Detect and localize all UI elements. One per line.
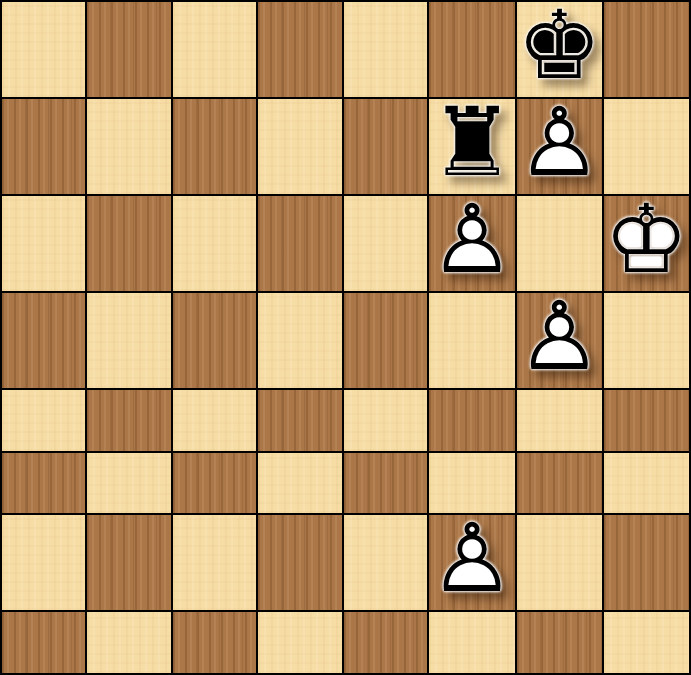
square-b5[interactable]	[87, 293, 171, 388]
square-a4[interactable]	[2, 390, 85, 451]
square-c7[interactable]	[173, 99, 257, 194]
square-c2[interactable]	[173, 515, 257, 610]
square-d8[interactable]	[258, 2, 342, 97]
piece-black-rook[interactable]: ♜	[429, 99, 514, 194]
square-e3[interactable]	[344, 453, 427, 514]
chess-board: ♚♜♟♙♟♙♚♔♟♙♟♙	[2, 2, 689, 673]
piece-white-pawn[interactable]: ♟♙	[429, 196, 514, 291]
square-c5[interactable]	[173, 293, 257, 388]
square-d1[interactable]	[258, 612, 342, 673]
square-f1[interactable]	[429, 612, 514, 673]
chess-board-frame: ♚♜♟♙♟♙♚♔♟♙♟♙	[0, 0, 691, 675]
square-c8[interactable]	[173, 2, 257, 97]
square-c6[interactable]	[173, 196, 257, 291]
white-pawn-glyph-outline: ♙	[517, 95, 602, 190]
square-c1[interactable]	[173, 612, 257, 673]
square-a2[interactable]	[2, 515, 85, 610]
square-b3[interactable]	[87, 453, 171, 514]
square-f7[interactable]: ♜	[429, 99, 514, 194]
square-h6[interactable]: ♚♔	[604, 196, 689, 291]
square-f6[interactable]: ♟♙	[429, 196, 514, 291]
square-f2[interactable]: ♟♙	[429, 515, 514, 610]
white-pawn-glyph-outline: ♙	[517, 289, 602, 384]
square-d7[interactable]	[258, 99, 342, 194]
square-a6[interactable]	[2, 196, 85, 291]
square-e4[interactable]	[344, 390, 427, 451]
square-g4[interactable]	[517, 390, 602, 451]
square-d6[interactable]	[258, 196, 342, 291]
square-b1[interactable]	[87, 612, 171, 673]
piece-white-king[interactable]: ♚♔	[604, 196, 689, 291]
piece-black-king[interactable]: ♚	[517, 2, 602, 97]
square-b4[interactable]	[87, 390, 171, 451]
piece-white-pawn[interactable]: ♟♙	[517, 293, 602, 388]
square-g3[interactable]	[517, 453, 602, 514]
square-h1[interactable]	[604, 612, 689, 673]
square-f8[interactable]	[429, 2, 514, 97]
square-c4[interactable]	[173, 390, 257, 451]
square-b8[interactable]	[87, 2, 171, 97]
black-rook-glyph: ♜	[429, 95, 514, 190]
square-a7[interactable]	[2, 99, 85, 194]
square-f4[interactable]	[429, 390, 514, 451]
square-a8[interactable]	[2, 2, 85, 97]
square-g8[interactable]: ♚	[517, 2, 602, 97]
square-a5[interactable]	[2, 293, 85, 388]
square-d2[interactable]	[258, 515, 342, 610]
square-b2[interactable]	[87, 515, 171, 610]
square-g5[interactable]: ♟♙	[517, 293, 602, 388]
square-e7[interactable]	[344, 99, 427, 194]
square-h5[interactable]	[604, 293, 689, 388]
black-king-glyph: ♚	[517, 0, 602, 93]
square-e6[interactable]	[344, 196, 427, 291]
piece-white-pawn[interactable]: ♟♙	[429, 515, 514, 610]
square-h3[interactable]	[604, 453, 689, 514]
square-e1[interactable]	[344, 612, 427, 673]
square-b6[interactable]	[87, 196, 171, 291]
white-king-glyph-outline: ♔	[604, 192, 689, 287]
square-c3[interactable]	[173, 453, 257, 514]
white-pawn-glyph-outline: ♙	[429, 192, 514, 287]
square-d3[interactable]	[258, 453, 342, 514]
square-a1[interactable]	[2, 612, 85, 673]
square-h4[interactable]	[604, 390, 689, 451]
square-b7[interactable]	[87, 99, 171, 194]
square-e8[interactable]	[344, 2, 427, 97]
square-d5[interactable]	[258, 293, 342, 388]
square-d4[interactable]	[258, 390, 342, 451]
square-a3[interactable]	[2, 453, 85, 514]
square-e5[interactable]	[344, 293, 427, 388]
white-pawn-glyph-outline: ♙	[429, 511, 514, 606]
square-h2[interactable]	[604, 515, 689, 610]
square-g7[interactable]: ♟♙	[517, 99, 602, 194]
piece-white-pawn[interactable]: ♟♙	[517, 99, 602, 194]
square-g1[interactable]	[517, 612, 602, 673]
square-g2[interactable]	[517, 515, 602, 610]
square-g6[interactable]	[517, 196, 602, 291]
square-f5[interactable]	[429, 293, 514, 388]
square-h8[interactable]	[604, 2, 689, 97]
square-e2[interactable]	[344, 515, 427, 610]
square-h7[interactable]	[604, 99, 689, 194]
